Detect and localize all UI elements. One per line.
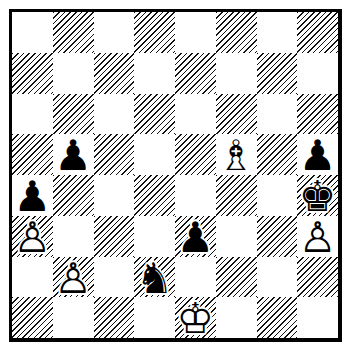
square-e1[interactable]: ♚♔ — [175, 297, 216, 338]
square-b2[interactable]: ♟♙ — [53, 257, 94, 298]
square-b5[interactable]: ♟♟ — [53, 134, 94, 175]
square-e6[interactable] — [175, 94, 216, 135]
square-b6[interactable] — [53, 94, 94, 135]
square-c8[interactable] — [94, 12, 135, 53]
square-e4[interactable] — [175, 175, 216, 216]
pawn-icon: ♙ — [299, 217, 337, 259]
square-a8[interactable] — [12, 12, 53, 53]
white-pawn-a3[interactable]: ♟♙ — [12, 216, 53, 257]
square-h7[interactable] — [297, 53, 338, 94]
square-a5[interactable] — [12, 134, 53, 175]
square-b3[interactable] — [53, 216, 94, 257]
square-f2[interactable] — [216, 257, 257, 298]
white-pawn-b2[interactable]: ♟♙ — [53, 257, 94, 298]
square-f6[interactable] — [216, 94, 257, 135]
square-c6[interactable] — [94, 94, 135, 135]
square-a1[interactable] — [12, 297, 53, 338]
black-knight-d2[interactable]: ♞♞ — [134, 257, 175, 298]
king-icon: ♚ — [299, 176, 337, 218]
pawn-icon: ♙ — [54, 258, 92, 300]
black-king-h4[interactable]: ♚♚ — [297, 175, 338, 216]
pawn-icon: ♙ — [14, 217, 52, 259]
square-c1[interactable] — [94, 297, 135, 338]
square-d8[interactable] — [134, 12, 175, 53]
square-b4[interactable] — [53, 175, 94, 216]
square-d6[interactable] — [134, 94, 175, 135]
square-d5[interactable] — [134, 134, 175, 175]
square-c2[interactable] — [94, 257, 135, 298]
square-d2[interactable]: ♞♞ — [134, 257, 175, 298]
pawn-icon: ♟ — [54, 135, 92, 177]
white-bishop-f5[interactable]: ♝♗ — [216, 134, 257, 175]
square-b1[interactable] — [53, 297, 94, 338]
square-f4[interactable] — [216, 175, 257, 216]
square-c4[interactable] — [94, 175, 135, 216]
square-f8[interactable] — [216, 12, 257, 53]
square-g6[interactable] — [257, 94, 298, 135]
square-b7[interactable] — [53, 53, 94, 94]
square-d4[interactable] — [134, 175, 175, 216]
square-f7[interactable] — [216, 53, 257, 94]
square-h1[interactable] — [297, 297, 338, 338]
white-king-e1[interactable]: ♚♔ — [175, 297, 216, 338]
square-a7[interactable] — [12, 53, 53, 94]
square-g1[interactable] — [257, 297, 298, 338]
white-pawn-h3[interactable]: ♟♙ — [297, 216, 338, 257]
square-g2[interactable] — [257, 257, 298, 298]
square-f3[interactable] — [216, 216, 257, 257]
pawn-icon: ♟ — [299, 135, 337, 177]
square-d3[interactable] — [134, 216, 175, 257]
square-g8[interactable] — [257, 12, 298, 53]
square-h5[interactable]: ♟♟ — [297, 134, 338, 175]
square-f5[interactable]: ♝♗ — [216, 134, 257, 175]
square-d7[interactable] — [134, 53, 175, 94]
black-pawn-e3[interactable]: ♟♟ — [175, 216, 216, 257]
square-g3[interactable] — [257, 216, 298, 257]
chess-diagram: ♟♟♝♗♟♟♟♟♚♚♟♙♟♟♟♙♟♙♞♞♚♔ — [0, 0, 350, 350]
square-e3[interactable]: ♟♟ — [175, 216, 216, 257]
square-e8[interactable] — [175, 12, 216, 53]
pawn-icon: ♟ — [14, 176, 52, 218]
square-a3[interactable]: ♟♙ — [12, 216, 53, 257]
square-g4[interactable] — [257, 175, 298, 216]
square-a6[interactable] — [12, 94, 53, 135]
square-g5[interactable] — [257, 134, 298, 175]
square-f1[interactable] — [216, 297, 257, 338]
bishop-icon: ♗ — [217, 135, 255, 177]
king-icon: ♔ — [177, 298, 215, 340]
square-e7[interactable] — [175, 53, 216, 94]
black-pawn-a4[interactable]: ♟♟ — [12, 175, 53, 216]
square-h4[interactable]: ♚♚ — [297, 175, 338, 216]
square-h6[interactable] — [297, 94, 338, 135]
square-e2[interactable] — [175, 257, 216, 298]
square-h3[interactable]: ♟♙ — [297, 216, 338, 257]
square-c5[interactable] — [94, 134, 135, 175]
square-e5[interactable] — [175, 134, 216, 175]
square-h8[interactable] — [297, 12, 338, 53]
square-c3[interactable] — [94, 216, 135, 257]
square-a2[interactable] — [12, 257, 53, 298]
square-b8[interactable] — [53, 12, 94, 53]
square-c7[interactable] — [94, 53, 135, 94]
pawn-icon: ♟ — [177, 217, 215, 259]
chess-board: ♟♟♝♗♟♟♟♟♚♚♟♙♟♟♟♙♟♙♞♞♚♔ — [9, 9, 342, 342]
square-d1[interactable] — [134, 297, 175, 338]
black-pawn-h5[interactable]: ♟♟ — [297, 134, 338, 175]
square-h2[interactable] — [297, 257, 338, 298]
square-g7[interactable] — [257, 53, 298, 94]
square-a4[interactable]: ♟♟ — [12, 175, 53, 216]
knight-icon: ♞ — [136, 258, 174, 300]
black-pawn-b5[interactable]: ♟♟ — [53, 134, 94, 175]
